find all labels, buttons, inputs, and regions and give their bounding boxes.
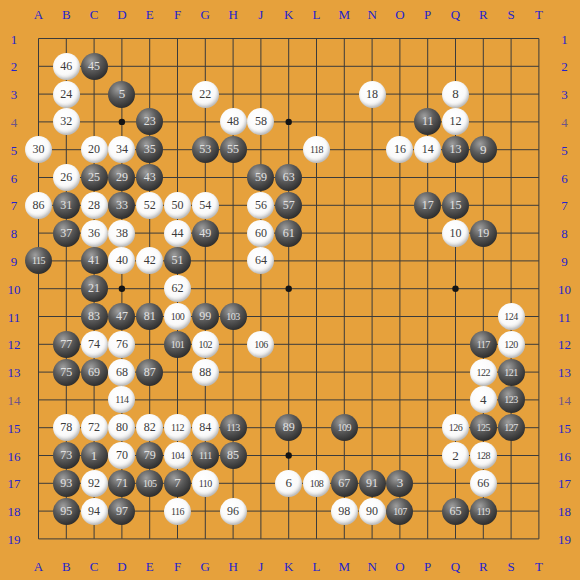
row-label-right-16: 16 [558, 449, 571, 462]
col-label-bottom-P: P [424, 559, 431, 572]
stone-move-number: 112 [171, 422, 184, 433]
stone-G13[interactable]: 88 [192, 359, 219, 386]
stone-F15[interactable]: 112 [164, 414, 191, 441]
row-label-right-4: 4 [561, 115, 568, 128]
stone-move-number: 53 [199, 142, 211, 157]
stone-D17[interactable]: 71 [108, 470, 135, 497]
stone-P7[interactable]: 17 [414, 192, 441, 219]
stone-O18[interactable]: 107 [386, 498, 413, 525]
stone-B12[interactable]: 77 [53, 331, 80, 358]
stone-move-number: 52 [144, 198, 156, 213]
col-label-bottom-M: M [339, 559, 351, 572]
stone-move-number: 109 [338, 422, 352, 433]
stone-move-number: 56 [255, 198, 267, 213]
stone-H5[interactable]: 55 [220, 136, 247, 163]
stone-move-number: 78 [60, 420, 72, 435]
star-point-K16 [286, 452, 292, 458]
stone-move-number: 30 [33, 142, 45, 157]
col-label-top-S: S [507, 8, 514, 21]
stone-F8[interactable]: 44 [164, 220, 191, 247]
stone-move-number: 17 [422, 198, 434, 213]
stone-move-number: 88 [199, 365, 211, 380]
stone-D13[interactable]: 68 [108, 359, 135, 386]
stone-E7[interactable]: 52 [136, 192, 163, 219]
col-label-bottom-Q: Q [451, 559, 460, 572]
stone-R12[interactable]: 117 [470, 331, 497, 358]
row-label-left-2: 2 [11, 60, 18, 73]
stone-Q16[interactable]: 2 [442, 442, 469, 469]
stone-L5[interactable]: 118 [303, 136, 330, 163]
col-label-bottom-B: B [62, 559, 71, 572]
stone-move-number: 22 [199, 87, 211, 102]
stone-move-number: 46 [60, 59, 72, 74]
row-label-right-7: 7 [561, 199, 568, 212]
stone-C17[interactable]: 92 [81, 470, 108, 497]
stone-F16[interactable]: 104 [164, 442, 191, 469]
stone-C12[interactable]: 74 [81, 331, 108, 358]
stone-move-number: 105 [143, 478, 157, 489]
stone-move-number: 26 [60, 170, 72, 185]
row-label-left-18: 18 [8, 505, 21, 518]
stone-move-number: 81 [144, 309, 156, 324]
col-label-top-L: L [313, 8, 321, 21]
stone-R17[interactable]: 66 [470, 470, 497, 497]
stone-H11[interactable]: 103 [220, 303, 247, 330]
stone-C6[interactable]: 25 [81, 164, 108, 191]
stone-move-number: 59 [255, 170, 267, 185]
col-label-bottom-O: O [395, 559, 404, 572]
stone-R16[interactable]: 128 [470, 442, 497, 469]
stone-J12[interactable]: 106 [247, 331, 274, 358]
stone-G7[interactable]: 54 [192, 192, 219, 219]
stone-C2[interactable]: 45 [81, 53, 108, 80]
stone-G11[interactable]: 99 [192, 303, 219, 330]
row-label-right-2: 2 [561, 60, 568, 73]
stone-move-number: 11 [422, 114, 434, 129]
row-label-right-11: 11 [558, 310, 571, 323]
stone-H15[interactable]: 113 [220, 414, 247, 441]
stone-move-number: 60 [255, 226, 267, 241]
stone-F18[interactable]: 116 [164, 498, 191, 525]
stone-G3[interactable]: 22 [192, 81, 219, 108]
stone-move-number: 111 [199, 450, 212, 461]
stone-K7[interactable]: 57 [275, 192, 302, 219]
stone-move-number: 72 [88, 420, 100, 435]
col-label-bottom-H: H [228, 559, 237, 572]
row-label-left-1: 1 [11, 32, 18, 45]
stone-R14[interactable]: 4 [470, 386, 497, 413]
star-point-K10 [286, 286, 292, 292]
stone-N18[interactable]: 90 [359, 498, 386, 525]
stone-R5[interactable]: 9 [470, 136, 497, 163]
stone-B16[interactable]: 73 [53, 442, 80, 469]
stone-B8[interactable]: 37 [53, 220, 80, 247]
col-label-bottom-E: E [146, 559, 154, 572]
row-label-left-5: 5 [11, 143, 18, 156]
col-label-top-Q: Q [451, 8, 460, 21]
row-label-left-14: 14 [8, 393, 21, 406]
stone-move-number: 40 [116, 253, 128, 268]
stone-M17[interactable]: 67 [331, 470, 358, 497]
star-point-D10 [119, 286, 125, 292]
stone-move-number: 124 [504, 311, 518, 322]
stone-Q18[interactable]: 65 [442, 498, 469, 525]
row-label-right-14: 14 [558, 393, 571, 406]
stone-A7[interactable]: 86 [25, 192, 52, 219]
row-label-right-15: 15 [558, 421, 571, 434]
stone-C11[interactable]: 83 [81, 303, 108, 330]
stone-move-number: 38 [116, 226, 128, 241]
stone-move-number: 58 [255, 114, 267, 129]
stone-S15[interactable]: 127 [498, 414, 525, 441]
stone-move-number: 63 [283, 170, 295, 185]
stone-C13[interactable]: 69 [81, 359, 108, 386]
stone-move-number: 48 [227, 114, 239, 129]
stone-move-number: 94 [88, 504, 100, 519]
stone-move-number: 61 [283, 226, 295, 241]
row-label-left-4: 4 [11, 115, 18, 128]
stone-move-number: 93 [60, 476, 72, 491]
stone-R15[interactable]: 125 [470, 414, 497, 441]
stone-C9[interactable]: 41 [81, 247, 108, 274]
stone-G16[interactable]: 111 [192, 442, 219, 469]
col-label-top-H: H [228, 8, 237, 21]
col-label-top-K: K [284, 8, 293, 21]
stone-E13[interactable]: 87 [136, 359, 163, 386]
stone-B17[interactable]: 93 [53, 470, 80, 497]
stone-R8[interactable]: 19 [470, 220, 497, 247]
stone-move-number: 34 [116, 142, 128, 157]
row-label-right-17: 17 [558, 477, 571, 490]
stone-move-number: 98 [338, 504, 350, 519]
stone-R18[interactable]: 119 [470, 498, 497, 525]
stone-E11[interactable]: 81 [136, 303, 163, 330]
stone-C16[interactable]: 1 [81, 442, 108, 469]
stone-move-number: 68 [116, 365, 128, 380]
stone-B3[interactable]: 24 [53, 81, 80, 108]
stone-move-number: 79 [144, 448, 156, 463]
stone-L17[interactable]: 108 [303, 470, 330, 497]
stone-move-number: 126 [449, 422, 463, 433]
col-label-bottom-L: L [313, 559, 321, 572]
stone-move-number: 33 [116, 198, 128, 213]
stone-S13[interactable]: 121 [498, 359, 525, 386]
col-label-top-O: O [395, 8, 404, 21]
go-board: AABBCCDDEEFFGGHHJJKKLLMMNNOOPPQQRRSSTT11… [0, 0, 580, 580]
row-label-right-10: 10 [558, 282, 571, 295]
stone-move-number: 29 [116, 170, 128, 185]
row-label-right-5: 5 [561, 143, 568, 156]
stone-move-number: 108 [310, 478, 324, 489]
stone-move-number: 69 [88, 365, 100, 380]
stone-C5[interactable]: 20 [81, 136, 108, 163]
star-point-D4 [119, 119, 125, 125]
row-label-left-7: 7 [11, 199, 18, 212]
stone-move-number: 64 [255, 253, 267, 268]
stone-move-number: 16 [394, 142, 406, 157]
stone-D3[interactable]: 5 [108, 81, 135, 108]
stone-move-number: 114 [115, 394, 128, 405]
col-label-top-T: T [535, 8, 543, 21]
row-label-right-3: 3 [561, 88, 568, 101]
stone-move-number: 123 [504, 394, 518, 405]
stone-S12[interactable]: 120 [498, 331, 525, 358]
stone-Q7[interactable]: 15 [442, 192, 469, 219]
stone-move-number: 35 [144, 142, 156, 157]
stone-G15[interactable]: 84 [192, 414, 219, 441]
stone-move-number: 23 [144, 114, 156, 129]
col-label-top-P: P [424, 8, 431, 21]
col-label-top-J: J [258, 8, 263, 21]
stone-Q5[interactable]: 13 [442, 136, 469, 163]
stone-move-number: 128 [477, 450, 491, 461]
star-point-Q10 [452, 286, 458, 292]
stone-move-number: 57 [283, 198, 295, 213]
stone-move-number: 71 [116, 476, 128, 491]
col-label-top-G: G [201, 8, 210, 21]
stone-move-number: 50 [172, 198, 184, 213]
stone-D7[interactable]: 33 [108, 192, 135, 219]
stone-move-number: 77 [60, 337, 72, 352]
stone-C7[interactable]: 28 [81, 192, 108, 219]
stone-move-number: 102 [199, 339, 213, 350]
stone-move-number: 84 [199, 420, 211, 435]
stone-move-number: 43 [144, 170, 156, 185]
stone-move-number: 18 [366, 87, 378, 102]
stone-move-number: 121 [504, 367, 518, 378]
stone-move-number: 51 [172, 253, 184, 268]
stone-move-number: 10 [450, 226, 462, 241]
row-label-left-12: 12 [8, 338, 21, 351]
stone-move-number: 31 [60, 198, 72, 213]
stone-M18[interactable]: 98 [331, 498, 358, 525]
stone-move-number: 4 [480, 392, 487, 408]
row-label-right-1: 1 [561, 32, 568, 45]
stone-move-number: 45 [88, 59, 100, 74]
col-label-top-M: M [339, 8, 351, 21]
stone-move-number: 14 [422, 142, 434, 157]
col-label-bottom-S: S [507, 559, 514, 572]
stone-move-number: 82 [144, 420, 156, 435]
row-label-right-8: 8 [561, 227, 568, 240]
col-label-bottom-A: A [34, 559, 43, 572]
stone-F12[interactable]: 101 [164, 331, 191, 358]
stone-B13[interactable]: 75 [53, 359, 80, 386]
stone-move-number: 2 [452, 448, 459, 464]
row-label-left-10: 10 [8, 282, 21, 295]
stone-C15[interactable]: 72 [81, 414, 108, 441]
stone-move-number: 106 [254, 339, 268, 350]
stone-move-number: 120 [504, 339, 518, 350]
stone-move-number: 9 [480, 142, 487, 158]
stone-move-number: 125 [477, 422, 491, 433]
stone-move-number: 5 [119, 86, 126, 102]
stone-C10[interactable]: 21 [81, 275, 108, 302]
stone-move-number: 89 [283, 420, 295, 435]
stone-S14[interactable]: 123 [498, 386, 525, 413]
stone-move-number: 44 [172, 226, 184, 241]
col-label-bottom-G: G [201, 559, 210, 572]
stone-move-number: 24 [60, 87, 72, 102]
stone-move-number: 113 [227, 422, 240, 433]
stone-move-number: 47 [116, 309, 128, 324]
stone-F10[interactable]: 62 [164, 275, 191, 302]
row-label-left-3: 3 [11, 88, 18, 101]
stone-move-number: 100 [171, 311, 185, 322]
stone-Q15[interactable]: 126 [442, 414, 469, 441]
stone-E6[interactable]: 43 [136, 164, 163, 191]
stone-move-number: 87 [144, 365, 156, 380]
col-label-bottom-R: R [479, 559, 488, 572]
stone-B2[interactable]: 46 [53, 53, 80, 80]
stone-move-number: 21 [88, 281, 100, 296]
stone-A5[interactable]: 30 [25, 136, 52, 163]
col-label-bottom-C: C [90, 559, 99, 572]
stone-F7[interactable]: 50 [164, 192, 191, 219]
row-label-right-13: 13 [558, 366, 571, 379]
stone-N17[interactable]: 91 [359, 470, 386, 497]
stone-move-number: 70 [116, 448, 128, 463]
stone-move-number: 76 [116, 337, 128, 352]
star-point-K4 [286, 119, 292, 125]
stone-move-number: 67 [338, 476, 350, 491]
stone-move-number: 86 [33, 198, 45, 213]
col-label-top-F: F [174, 8, 181, 21]
row-label-right-18: 18 [558, 505, 571, 518]
col-label-bottom-J: J [258, 559, 263, 572]
stone-move-number: 37 [60, 226, 72, 241]
stone-move-number: 101 [171, 339, 185, 350]
stone-move-number: 13 [450, 142, 462, 157]
stone-move-number: 54 [199, 198, 211, 213]
stone-move-number: 117 [477, 339, 490, 350]
stone-move-number: 28 [88, 198, 100, 213]
stone-J8[interactable]: 60 [247, 220, 274, 247]
stone-move-number: 1 [91, 448, 98, 464]
stone-B4[interactable]: 32 [53, 108, 80, 135]
stone-C18[interactable]: 94 [81, 498, 108, 525]
stone-K8[interactable]: 61 [275, 220, 302, 247]
stone-move-number: 6 [285, 475, 292, 491]
stone-H18[interactable]: 96 [220, 498, 247, 525]
stone-move-number: 122 [477, 367, 491, 378]
stone-H4[interactable]: 48 [220, 108, 247, 135]
stone-move-number: 8 [452, 86, 459, 102]
col-label-top-C: C [90, 8, 99, 21]
row-label-right-6: 6 [561, 171, 568, 184]
stone-move-number: 90 [366, 504, 378, 519]
stone-D8[interactable]: 38 [108, 220, 135, 247]
stone-move-number: 62 [172, 281, 184, 296]
stone-move-number: 20 [88, 142, 100, 157]
stone-move-number: 41 [88, 253, 100, 268]
stone-G12[interactable]: 102 [192, 331, 219, 358]
stone-move-number: 97 [116, 504, 128, 519]
stone-H16[interactable]: 85 [220, 442, 247, 469]
stone-E16[interactable]: 79 [136, 442, 163, 469]
stone-move-number: 119 [477, 506, 490, 517]
stone-move-number: 85 [227, 448, 239, 463]
stone-F17[interactable]: 7 [164, 470, 191, 497]
stone-O17[interactable]: 3 [386, 470, 413, 497]
stone-move-number: 3 [397, 475, 404, 491]
stone-G8[interactable]: 49 [192, 220, 219, 247]
stone-move-number: 15 [450, 198, 462, 213]
stone-D12[interactable]: 76 [108, 331, 135, 358]
stone-move-number: 25 [88, 170, 100, 185]
stone-B18[interactable]: 95 [53, 498, 80, 525]
stone-move-number: 83 [88, 309, 100, 324]
row-label-left-15: 15 [8, 421, 21, 434]
stone-move-number: 91 [366, 476, 378, 491]
row-label-left-11: 11 [8, 310, 21, 323]
stone-move-number: 116 [171, 506, 184, 517]
stone-move-number: 66 [477, 476, 489, 491]
row-label-left-19: 19 [8, 532, 21, 545]
stone-K17[interactable]: 6 [275, 470, 302, 497]
stone-move-number: 73 [60, 448, 72, 463]
stone-B7[interactable]: 31 [53, 192, 80, 219]
row-label-left-16: 16 [8, 449, 21, 462]
stone-N3[interactable]: 18 [359, 81, 386, 108]
stone-move-number: 12 [450, 114, 462, 129]
stone-move-number: 99 [199, 309, 211, 324]
stone-move-number: 80 [116, 420, 128, 435]
stone-M15[interactable]: 109 [331, 414, 358, 441]
col-label-top-D: D [117, 8, 126, 21]
stone-S11[interactable]: 124 [498, 303, 525, 330]
stone-move-number: 65 [450, 504, 462, 519]
stone-Q8[interactable]: 10 [442, 220, 469, 247]
col-label-bottom-F: F [174, 559, 181, 572]
col-label-bottom-D: D [117, 559, 126, 572]
col-label-bottom-N: N [367, 559, 376, 572]
row-label-right-19: 19 [558, 532, 571, 545]
stone-K6[interactable]: 63 [275, 164, 302, 191]
row-label-right-9: 9 [561, 254, 568, 267]
stone-R13[interactable]: 122 [470, 359, 497, 386]
stone-Q3[interactable]: 8 [442, 81, 469, 108]
stone-move-number: 7 [174, 475, 181, 491]
stone-move-number: 49 [199, 226, 211, 241]
stone-move-number: 96 [227, 504, 239, 519]
stone-move-number: 55 [227, 142, 239, 157]
stone-B6[interactable]: 26 [53, 164, 80, 191]
row-label-left-8: 8 [11, 227, 18, 240]
stone-G17[interactable]: 110 [192, 470, 219, 497]
stone-move-number: 32 [60, 114, 72, 129]
stone-move-number: 19 [477, 226, 489, 241]
row-label-left-17: 17 [8, 477, 21, 490]
stone-move-number: 104 [171, 450, 185, 461]
stone-move-number: 92 [88, 476, 100, 491]
col-label-bottom-T: T [535, 559, 543, 572]
stone-C8[interactable]: 36 [81, 220, 108, 247]
col-label-top-R: R [479, 8, 488, 21]
stone-J7[interactable]: 56 [247, 192, 274, 219]
stone-move-number: 118 [310, 144, 323, 155]
row-label-left-6: 6 [11, 171, 18, 184]
stone-move-number: 107 [393, 506, 407, 517]
stone-move-number: 127 [504, 422, 518, 433]
stone-G5[interactable]: 53 [192, 136, 219, 163]
col-label-top-E: E [146, 8, 154, 21]
stone-move-number: 75 [60, 365, 72, 380]
stone-D18[interactable]: 97 [108, 498, 135, 525]
stone-E17[interactable]: 105 [136, 470, 163, 497]
stone-B15[interactable]: 78 [53, 414, 80, 441]
stone-F11[interactable]: 100 [164, 303, 191, 330]
